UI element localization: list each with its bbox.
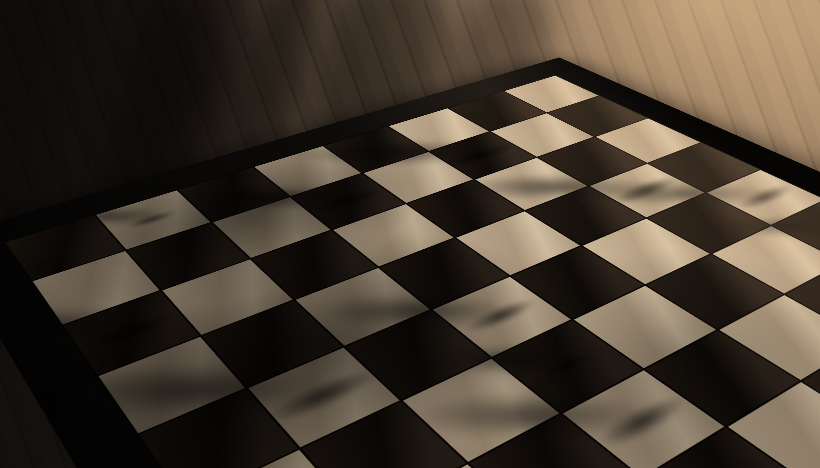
black-bishop-glyph: ♝ bbox=[518, 155, 764, 430]
board-perspective: ♟♝♛♜♚♜♟♛♞♟♝ bbox=[0, 0, 820, 468]
chess-board: ♟♝♛♜♚♜♟♛♞♟♝ bbox=[0, 57, 820, 468]
piece-layer: ♟♝♛♜♚♜♟♛♞♟♝ bbox=[3, 75, 820, 468]
white-queen-glyph: ♛ bbox=[189, 108, 454, 403]
scene: ♟♝♛♜♚♜♟♛♞♟♝ bbox=[0, 0, 820, 468]
